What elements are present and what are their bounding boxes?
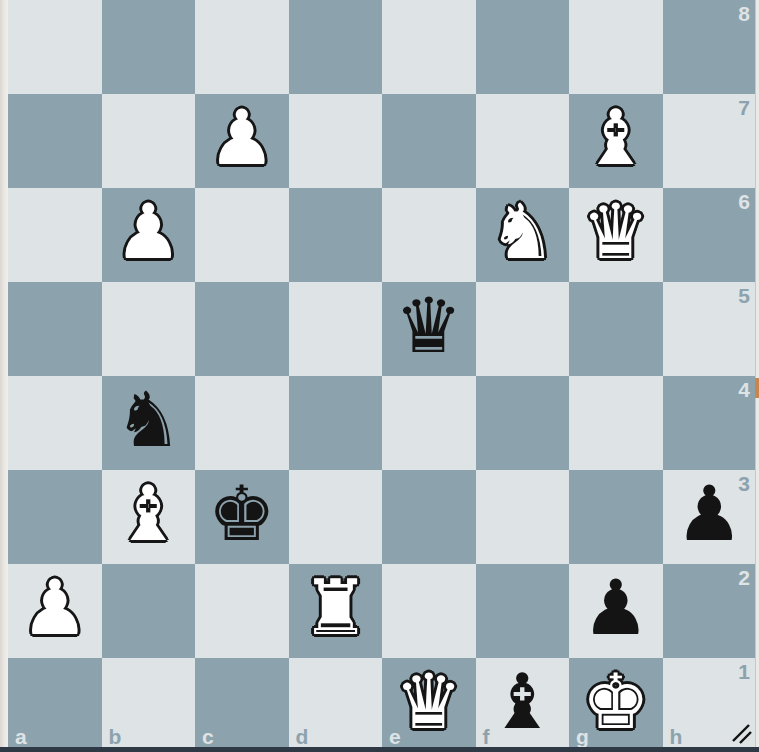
square-a6[interactable] [8, 188, 102, 282]
rank-label-6: 6 [738, 191, 750, 212]
file-label-d: d [296, 726, 309, 747]
square-d2[interactable]: ♜ [289, 564, 383, 658]
rank-label-8: 8 [738, 3, 750, 24]
square-a8[interactable] [8, 0, 102, 94]
square-d8[interactable] [289, 0, 383, 94]
square-h6[interactable]: 6 [663, 188, 757, 282]
square-f2[interactable] [476, 564, 570, 658]
black-knight-b4[interactable]: ♞ [102, 373, 196, 467]
square-e1[interactable]: ♛e [382, 658, 476, 752]
square-g6[interactable]: ♛ [569, 188, 663, 282]
file-label-b: b [109, 726, 122, 747]
file-label-h: h [670, 726, 683, 747]
square-a4[interactable] [8, 376, 102, 470]
black-queen-e5[interactable]: ♛ [382, 279, 476, 373]
square-g5[interactable] [569, 282, 663, 376]
file-label-g: g [576, 726, 589, 747]
square-a3[interactable] [8, 470, 102, 564]
square-d6[interactable] [289, 188, 383, 282]
file-label-e: e [389, 726, 401, 747]
square-f5[interactable] [476, 282, 570, 376]
square-b3[interactable]: ♝ [102, 470, 196, 564]
square-h8[interactable]: 8 [663, 0, 757, 94]
square-c1[interactable]: c [195, 658, 289, 752]
square-a5[interactable] [8, 282, 102, 376]
white-bishop-g7[interactable]: ♝ [569, 91, 663, 185]
square-h5[interactable]: 5 [663, 282, 757, 376]
white-pawn-b6[interactable]: ♟ [102, 185, 196, 279]
file-label-c: c [202, 726, 214, 747]
rank-label-4: 4 [738, 379, 750, 400]
page-gutter [0, 0, 8, 752]
square-c4[interactable] [195, 376, 289, 470]
square-a7[interactable] [8, 94, 102, 188]
square-e2[interactable] [382, 564, 476, 658]
square-c7[interactable]: ♟ [195, 94, 289, 188]
square-e7[interactable] [382, 94, 476, 188]
square-g1[interactable]: ♚g [569, 658, 663, 752]
square-c2[interactable] [195, 564, 289, 658]
square-b7[interactable] [102, 94, 196, 188]
rank-label-7: 7 [738, 97, 750, 118]
square-b4[interactable]: ♞ [102, 376, 196, 470]
square-d5[interactable] [289, 282, 383, 376]
square-f1[interactable]: ♝f [476, 658, 570, 752]
white-pawn-a2[interactable]: ♟ [8, 561, 102, 655]
rank-label-1: 1 [738, 661, 750, 682]
square-f6[interactable]: ♞ [476, 188, 570, 282]
square-c5[interactable] [195, 282, 289, 376]
square-h7[interactable]: 7 [663, 94, 757, 188]
square-b5[interactable] [102, 282, 196, 376]
square-d7[interactable] [289, 94, 383, 188]
file-label-f: f [483, 726, 490, 747]
square-a1[interactable]: a [8, 658, 102, 752]
rank-label-2: 2 [738, 567, 750, 588]
white-queen-g6[interactable]: ♛ [569, 185, 663, 279]
rank-label-3: 3 [738, 473, 750, 494]
square-e4[interactable] [382, 376, 476, 470]
square-f4[interactable] [476, 376, 570, 470]
square-f8[interactable] [476, 0, 570, 94]
square-b2[interactable] [102, 564, 196, 658]
scrollbar-track[interactable] [755, 0, 759, 752]
square-f3[interactable] [476, 470, 570, 564]
square-e5[interactable]: ♛ [382, 282, 476, 376]
square-h4[interactable]: 4 [663, 376, 757, 470]
square-g2[interactable]: ♟ [569, 564, 663, 658]
square-b1[interactable]: b [102, 658, 196, 752]
square-c6[interactable] [195, 188, 289, 282]
scrollbar-thumb[interactable] [755, 378, 759, 398]
square-c8[interactable] [195, 0, 289, 94]
square-f7[interactable] [476, 94, 570, 188]
square-d4[interactable] [289, 376, 383, 470]
square-d3[interactable] [289, 470, 383, 564]
white-pawn-c7[interactable]: ♟ [195, 91, 289, 185]
white-bishop-b3[interactable]: ♝ [102, 467, 196, 561]
square-e6[interactable] [382, 188, 476, 282]
square-a2[interactable]: ♟ [8, 564, 102, 658]
chess-board-page: 8♟♝7♟♞♛6♛5♞4♝♚♟3♟♜♟2abcd♛e♝f♚g1h [0, 0, 759, 752]
chess-board: 8♟♝7♟♞♛6♛5♞4♝♚♟3♟♜♟2abcd♛e♝f♚g1h [8, 0, 756, 752]
square-b6[interactable]: ♟ [102, 188, 196, 282]
white-knight-f6[interactable]: ♞ [476, 185, 570, 279]
square-b8[interactable] [102, 0, 196, 94]
white-rook-d2[interactable]: ♜ [289, 561, 383, 655]
square-c3[interactable]: ♚ [195, 470, 289, 564]
black-pawn-g2[interactable]: ♟ [569, 561, 663, 655]
black-king-c3[interactable]: ♚ [195, 467, 289, 561]
square-g4[interactable] [569, 376, 663, 470]
square-e3[interactable] [382, 470, 476, 564]
square-h2[interactable]: 2 [663, 564, 757, 658]
below-board-panel-edge [0, 747, 759, 752]
rank-label-5: 5 [738, 285, 750, 306]
square-g3[interactable] [569, 470, 663, 564]
square-h3[interactable]: ♟3 [663, 470, 757, 564]
board-resize-handle-icon[interactable] [730, 722, 752, 744]
square-g7[interactable]: ♝ [569, 94, 663, 188]
file-label-a: a [15, 726, 27, 747]
square-g8[interactable] [569, 0, 663, 94]
square-e8[interactable] [382, 0, 476, 94]
square-d1[interactable]: d [289, 658, 383, 752]
